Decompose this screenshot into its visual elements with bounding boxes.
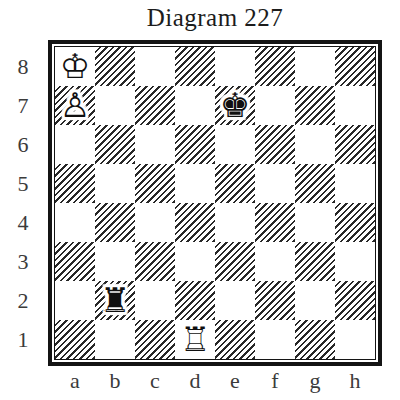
piece-white-pawn-a7[interactable]: ♙ (60, 86, 90, 125)
square-a5[interactable] (55, 164, 95, 203)
rank-label-3: 3 (8, 242, 38, 281)
square-g4[interactable] (295, 203, 335, 242)
square-c6[interactable] (135, 125, 175, 164)
board-inner-frame: ♔♙♚♜♖ (54, 46, 376, 360)
rank-label-2: 2 (8, 281, 38, 320)
square-g3[interactable] (295, 242, 335, 281)
square-d6[interactable] (175, 125, 215, 164)
file-labels: abcdefgh (55, 367, 375, 395)
piece-white-rook-d1[interactable]: ♖ (180, 320, 210, 359)
square-d2[interactable] (175, 281, 215, 320)
square-d3[interactable] (175, 242, 215, 281)
square-f4[interactable] (255, 203, 295, 242)
square-g6[interactable] (295, 125, 335, 164)
file-label-b: b (95, 367, 135, 395)
piece-black-rook-b2[interactable]: ♜ (100, 281, 130, 320)
square-c7[interactable] (135, 86, 175, 125)
square-c2[interactable] (135, 281, 175, 320)
square-d1[interactable]: ♖ (175, 320, 215, 359)
square-e1[interactable] (215, 320, 255, 359)
square-b5[interactable] (95, 164, 135, 203)
square-e2[interactable] (215, 281, 255, 320)
square-f1[interactable] (255, 320, 295, 359)
square-e5[interactable] (215, 164, 255, 203)
chess-diagram: Diagram 227 87654321 ♔♙♚♜♖ abcdefgh (0, 0, 400, 400)
square-c8[interactable] (135, 47, 175, 86)
file-label-a: a (55, 367, 95, 395)
square-b2[interactable]: ♜ (95, 281, 135, 320)
square-c3[interactable] (135, 242, 175, 281)
file-label-d: d (175, 367, 215, 395)
square-a6[interactable] (55, 125, 95, 164)
square-e8[interactable] (215, 47, 255, 86)
square-b4[interactable] (95, 203, 135, 242)
square-d8[interactable] (175, 47, 215, 86)
file-label-e: e (215, 367, 255, 395)
file-label-g: g (295, 367, 335, 395)
square-d5[interactable] (175, 164, 215, 203)
square-h8[interactable] (335, 47, 375, 86)
square-a1[interactable] (55, 320, 95, 359)
square-f7[interactable] (255, 86, 295, 125)
board-frame: ♔♙♚♜♖ (48, 40, 382, 366)
rank-label-1: 1 (8, 320, 38, 359)
square-h2[interactable] (335, 281, 375, 320)
square-b1[interactable] (95, 320, 135, 359)
square-h7[interactable] (335, 86, 375, 125)
square-b3[interactable] (95, 242, 135, 281)
rank-label-4: 4 (8, 203, 38, 242)
square-b8[interactable] (95, 47, 135, 86)
square-g8[interactable] (295, 47, 335, 86)
square-g7[interactable] (295, 86, 335, 125)
rank-label-7: 7 (8, 86, 38, 125)
square-f2[interactable] (255, 281, 295, 320)
rank-label-8: 8 (8, 47, 38, 86)
square-a2[interactable] (55, 281, 95, 320)
square-g5[interactable] (295, 164, 335, 203)
square-g1[interactable] (295, 320, 335, 359)
piece-black-king-e7[interactable]: ♚ (220, 86, 250, 125)
square-d7[interactable] (175, 86, 215, 125)
square-b6[interactable] (95, 125, 135, 164)
square-e3[interactable] (215, 242, 255, 281)
piece-white-king-a8[interactable]: ♔ (60, 47, 90, 86)
chess-board: ♔♙♚♜♖ (55, 47, 375, 359)
square-h4[interactable] (335, 203, 375, 242)
file-label-c: c (135, 367, 175, 395)
square-f5[interactable] (255, 164, 295, 203)
square-h6[interactable] (335, 125, 375, 164)
square-f3[interactable] (255, 242, 295, 281)
square-f8[interactable] (255, 47, 295, 86)
square-a7[interactable]: ♙ (55, 86, 95, 125)
square-h1[interactable] (335, 320, 375, 359)
rank-label-5: 5 (8, 164, 38, 203)
file-label-h: h (335, 367, 375, 395)
square-a4[interactable] (55, 203, 95, 242)
square-d4[interactable] (175, 203, 215, 242)
square-h5[interactable] (335, 164, 375, 203)
square-a8[interactable]: ♔ (55, 47, 95, 86)
file-label-f: f (255, 367, 295, 395)
square-c1[interactable] (135, 320, 175, 359)
rank-labels: 87654321 (8, 47, 38, 359)
square-h3[interactable] (335, 242, 375, 281)
square-e4[interactable] (215, 203, 255, 242)
square-e6[interactable] (215, 125, 255, 164)
square-f6[interactable] (255, 125, 295, 164)
square-e7[interactable]: ♚ (215, 86, 255, 125)
square-c4[interactable] (135, 203, 175, 242)
rank-label-6: 6 (8, 125, 38, 164)
square-a3[interactable] (55, 242, 95, 281)
square-c5[interactable] (135, 164, 175, 203)
square-b7[interactable] (95, 86, 135, 125)
diagram-title: Diagram 227 (48, 4, 382, 32)
square-g2[interactable] (295, 281, 335, 320)
